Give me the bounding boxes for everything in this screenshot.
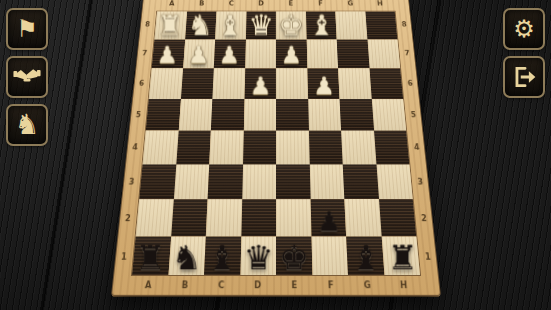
square-C1[interactable]: ♝ [204,236,241,275]
square-C7[interactable]: ♟ [213,39,245,68]
resign-button[interactable]: ⚑ [6,8,48,50]
square-C4[interactable] [209,131,243,164]
square-D4[interactable] [242,131,275,164]
file-label: G [335,0,365,9]
square-B3[interactable] [173,164,209,199]
rank-label: 8 [397,11,411,39]
piece-wR-A8[interactable]: ♜ [154,10,184,38]
chess-board: ABCDEFGH ABCDEFGH 87654321 87654321 ♜♞♝♛… [111,0,441,296]
piece-bB-G1[interactable]: ♝ [347,240,383,274]
square-B8[interactable]: ♞ [184,11,216,39]
piece-wP-E7[interactable]: ♟ [276,44,307,68]
square-H4[interactable] [373,131,409,164]
exit-icon [511,64,537,90]
piece-bQ-D1[interactable]: ♛ [240,240,276,274]
board-side-edge [111,295,441,297]
square-B6[interactable] [180,68,213,98]
piece-bK-E1[interactable]: ♚ [276,240,312,274]
rank-label: 3 [123,164,140,199]
board-grid: ♜♞♝♛♚♝♟♟♟♟♟♟♟♜♞♝♛♚♝♜ [130,11,420,276]
piece-bP-F2[interactable]: ♟ [311,208,346,235]
square-E6[interactable] [276,68,308,98]
draw-offer-button[interactable] [6,56,48,98]
file-label: H [364,0,395,9]
square-B2[interactable] [170,199,207,236]
piece-bB-C1[interactable]: ♝ [204,240,240,274]
square-F7[interactable] [306,39,338,68]
square-G5[interactable] [339,99,373,131]
square-D8[interactable]: ♛ [245,11,275,39]
rank-label: 6 [402,68,417,99]
piece-bR-H1[interactable]: ♜ [383,240,419,274]
square-F6[interactable]: ♟ [307,68,340,98]
file-label: C [202,278,239,294]
square-B1[interactable]: ♞ [168,236,206,275]
rank-label: 7 [399,39,414,68]
piece-wP-D6[interactable]: ♟ [244,73,276,97]
rank-label: 4 [127,131,143,165]
square-E4[interactable] [276,131,309,164]
chess-app-screen: ⚑ ♞ ⚙ [0,0,551,310]
rank-label: 2 [119,200,136,237]
square-H6[interactable] [369,68,403,98]
square-F3[interactable] [309,164,344,199]
board-scene: ABCDEFGH ABCDEFGH 87654321 87654321 ♜♞♝♛… [111,0,441,296]
square-G2[interactable] [344,199,381,236]
file-label: A [129,278,167,294]
square-E1[interactable]: ♚ [276,236,312,275]
piece-wB-F8[interactable]: ♝ [306,10,336,38]
settings-button[interactable]: ⚙ [503,8,545,50]
flag-icon: ⚑ [16,17,38,41]
file-label: B [165,278,202,294]
square-G3[interactable] [342,164,378,199]
piece-wP-F6[interactable]: ♟ [307,73,339,97]
piece-bR-A1[interactable]: ♜ [132,240,168,274]
rank-label: 5 [130,98,146,130]
piece-wP-A7[interactable]: ♟ [151,44,182,68]
square-A8[interactable]: ♜ [154,11,186,39]
square-H8[interactable] [365,11,397,39]
rank-label: 8 [140,11,154,39]
square-E7[interactable]: ♟ [276,39,307,68]
square-E8[interactable]: ♚ [276,11,306,39]
exit-button[interactable] [503,56,545,98]
square-A7[interactable]: ♟ [151,39,184,68]
square-E5[interactable] [276,99,309,131]
square-H1[interactable]: ♜ [381,236,420,275]
square-E2[interactable] [276,199,311,236]
piece-wP-B7[interactable]: ♟ [182,44,213,68]
square-D3[interactable] [241,164,275,199]
file-label: H [384,278,422,294]
file-label: D [239,278,276,294]
new-game-button[interactable]: ♞ [6,104,48,146]
square-A6[interactable] [148,68,182,98]
square-D2[interactable] [240,199,275,236]
rank-label: 3 [412,164,429,199]
square-A1[interactable]: ♜ [132,236,171,275]
square-F4[interactable] [308,131,342,164]
square-H7[interactable] [367,39,400,68]
square-A2[interactable] [135,199,173,236]
rank-label: 2 [415,200,432,237]
rank-label: 1 [419,237,437,276]
rank-label: 7 [137,39,152,68]
piece-wQ-D8[interactable]: ♛ [245,10,275,38]
square-F5[interactable] [307,99,340,131]
piece-wB-C8[interactable]: ♝ [215,10,245,38]
gear-icon: ⚙ [513,17,535,41]
square-H5[interactable] [371,99,406,131]
rank-label: 4 [408,131,424,165]
square-G4[interactable] [341,131,376,164]
file-label: G [348,278,385,294]
handshake-icon [13,63,41,91]
square-G7[interactable] [336,39,368,68]
square-F8[interactable]: ♝ [305,11,336,39]
piece-wK-E8[interactable]: ♚ [276,10,306,38]
square-G6[interactable] [338,68,371,98]
square-G1[interactable]: ♝ [346,236,384,275]
square-A5[interactable] [145,99,180,131]
square-D5[interactable] [243,99,276,131]
file-label: E [276,278,313,294]
square-F1[interactable] [311,236,348,275]
square-C5[interactable] [210,99,243,131]
rank-label: 5 [405,98,421,130]
rank-label: 6 [134,68,149,99]
file-labels-bottom: ABCDEFGH [129,278,423,294]
piece-wP-C7[interactable]: ♟ [213,44,244,68]
square-C8[interactable]: ♝ [215,11,246,39]
square-H2[interactable] [378,199,416,236]
square-F2[interactable]: ♟ [310,199,346,236]
piece-bN-B1[interactable]: ♞ [168,240,204,274]
square-G8[interactable] [335,11,367,39]
square-D7[interactable] [244,39,275,68]
square-C6[interactable] [212,68,245,98]
square-D1[interactable]: ♛ [240,236,276,275]
square-B5[interactable] [178,99,212,131]
square-B7[interactable]: ♟ [182,39,214,68]
square-B4[interactable] [175,131,210,164]
square-D6[interactable]: ♟ [244,68,276,98]
square-E3[interactable] [276,164,310,199]
piece-wN-B8[interactable]: ♞ [184,10,214,38]
square-C2[interactable] [205,199,241,236]
square-H3[interactable] [376,164,413,199]
file-label: F [312,278,349,294]
rank-label: 1 [115,237,133,276]
knight-icon: ♞ [14,111,39,139]
square-C3[interactable] [207,164,242,199]
square-A3[interactable] [139,164,176,199]
square-A4[interactable] [142,131,178,164]
